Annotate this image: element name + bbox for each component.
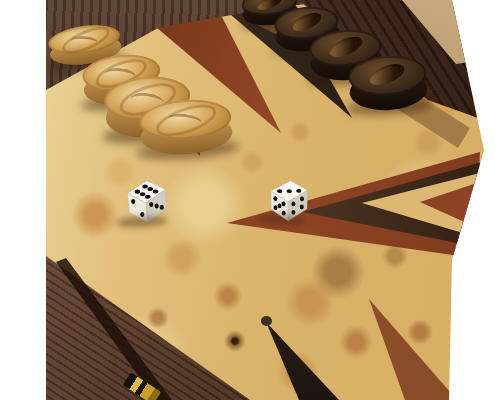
die[interactable] <box>265 176 311 223</box>
thumb-groove <box>367 60 408 90</box>
black-checker[interactable] <box>347 53 429 112</box>
board-photo-area <box>0 0 500 400</box>
backgammon-product-photo <box>0 0 500 400</box>
pieces-layer <box>0 0 500 400</box>
thumb-groove <box>289 10 323 35</box>
white-checker[interactable] <box>138 97 234 157</box>
die[interactable] <box>122 176 170 226</box>
